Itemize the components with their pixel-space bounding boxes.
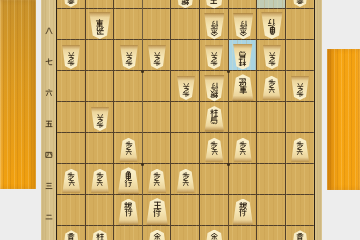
rank-label-四 [45, 144, 53, 152]
square-9-2[interactable] [286, 195, 315, 226]
square-5-5[interactable] [171, 102, 200, 133]
square-5-7[interactable] [171, 40, 200, 71]
left-wood-panel [0, 0, 36, 189]
square-6-2[interactable] [200, 195, 229, 226]
right-wood-panel [327, 49, 360, 190]
rank-label-八 [45, 20, 53, 28]
square-3-5[interactable] [114, 102, 143, 133]
square-8-2[interactable] [257, 195, 286, 226]
square-8-9-highlight-last-move-origin[interactable] [257, 0, 286, 9]
square-6-3[interactable] [200, 164, 229, 195]
square-5-4[interactable] [171, 133, 200, 164]
square-2-9[interactable] [86, 0, 115, 9]
square-2-4[interactable] [86, 133, 115, 164]
rank-label-三 [45, 175, 53, 183]
square-4-8[interactable] [143, 9, 172, 40]
square-4-4[interactable] [143, 133, 172, 164]
rank-label-五 [45, 113, 53, 121]
square-3-1[interactable] [114, 226, 143, 240]
rank-label-七 [45, 51, 53, 59]
square-7-1[interactable] [229, 226, 258, 240]
square-8-4[interactable] [257, 133, 286, 164]
square-7-3[interactable] [229, 164, 258, 195]
square-8-3[interactable] [257, 164, 286, 195]
square-1-5[interactable] [57, 102, 86, 133]
square-3-6[interactable] [114, 71, 143, 102]
square-5-8[interactable] [171, 9, 200, 40]
square-2-7[interactable] [86, 40, 115, 71]
square-8-5[interactable] [257, 102, 286, 133]
square-2-6[interactable] [86, 71, 115, 102]
square-3-8[interactable] [114, 9, 143, 40]
square-3-9[interactable] [114, 0, 143, 9]
square-4-6[interactable] [143, 71, 172, 102]
square-9-3[interactable] [286, 164, 315, 195]
square-9-7[interactable] [286, 40, 315, 71]
square-1-4[interactable] [57, 133, 86, 164]
rank-label-六 [45, 82, 53, 90]
square-1-2[interactable] [57, 195, 86, 226]
square-7-9[interactable] [229, 0, 258, 9]
square-2-2[interactable] [86, 195, 115, 226]
shogi-app-screen [0, 0, 360, 240]
square-8-1[interactable] [257, 226, 286, 240]
square-4-9[interactable] [143, 0, 172, 9]
square-1-8[interactable] [57, 9, 86, 40]
square-9-5[interactable] [286, 102, 315, 133]
rank-label-二 [45, 206, 53, 214]
square-1-6[interactable] [57, 71, 86, 102]
shogi-board[interactable] [56, 0, 315, 240]
square-9-8[interactable] [286, 9, 315, 40]
square-7-5[interactable] [229, 102, 258, 133]
square-5-1[interactable] [171, 226, 200, 240]
square-4-5[interactable] [143, 102, 172, 133]
square-5-2[interactable] [171, 195, 200, 226]
